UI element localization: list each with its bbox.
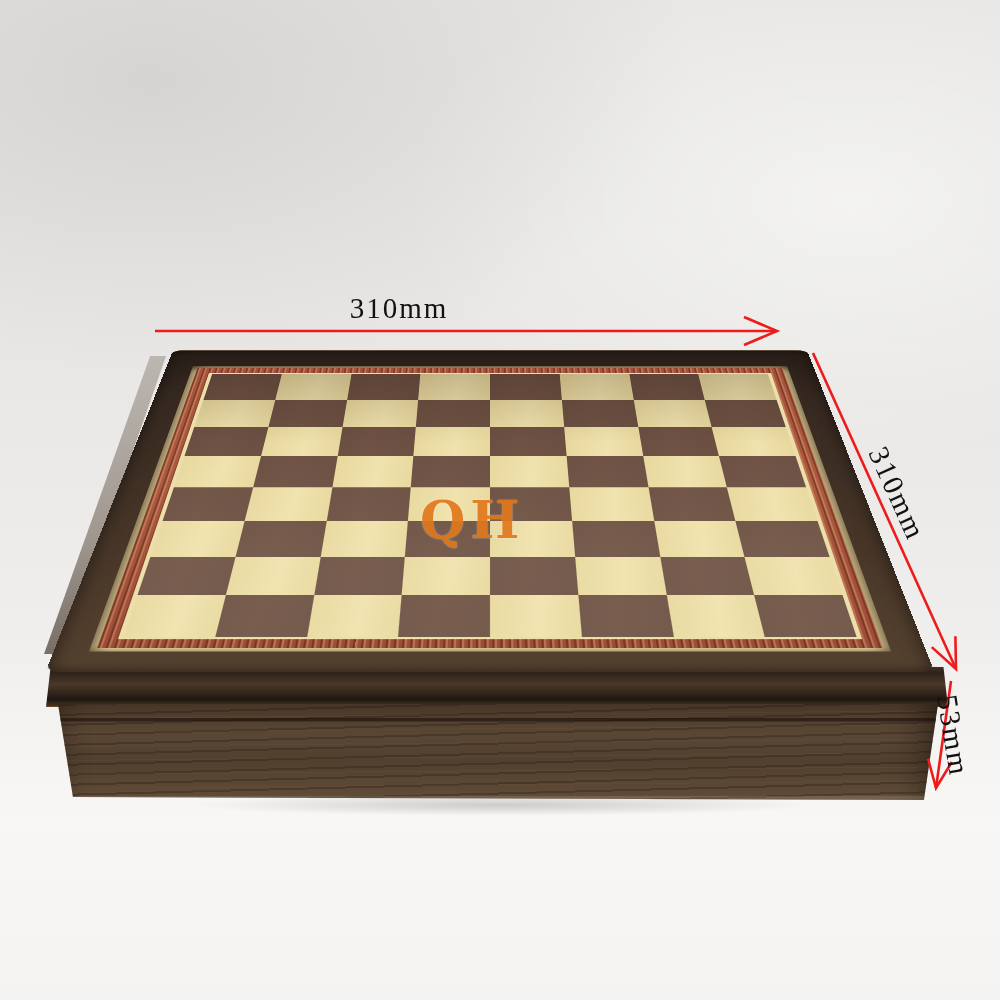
board-square: [215, 595, 314, 637]
board-square: [184, 427, 268, 456]
board-square: [666, 595, 765, 637]
board-square: [727, 487, 817, 520]
board-square: [712, 427, 796, 456]
board-square: [402, 557, 490, 596]
board-square: [174, 456, 261, 487]
board-square: [194, 400, 275, 427]
board-square: [572, 521, 660, 557]
board-square: [578, 595, 673, 637]
height-label: 53mm: [927, 674, 978, 798]
board-square: [698, 374, 776, 400]
board-square: [559, 374, 633, 400]
board-square: [654, 521, 745, 557]
board-square: [569, 487, 654, 520]
board-square: [123, 595, 225, 637]
board-square: [638, 427, 719, 456]
board-square: [244, 487, 331, 520]
board-square: [414, 427, 490, 456]
board-square: [660, 557, 755, 596]
board-square: [314, 557, 405, 596]
board-square: [629, 374, 705, 400]
board-square: [705, 400, 786, 427]
board-square: [490, 374, 562, 400]
board-square: [633, 400, 712, 427]
board-square: [719, 456, 806, 487]
board-square: [163, 487, 253, 520]
board-square: [235, 521, 326, 557]
board-square: [754, 595, 856, 637]
board-square: [332, 456, 414, 487]
board-square: [150, 521, 244, 557]
board-square: [253, 456, 337, 487]
board-square: [648, 487, 735, 520]
board-square: [275, 374, 351, 400]
board-square: [575, 557, 666, 596]
board-square: [398, 595, 490, 637]
box-front-face: [58, 704, 938, 803]
brand-watermark: QH: [420, 494, 524, 546]
board-square: [337, 427, 416, 456]
board-square: [490, 557, 578, 596]
board-square: [261, 427, 342, 456]
board-square: [562, 400, 638, 427]
board-square: [342, 400, 418, 427]
board-square: [226, 557, 321, 596]
board-square: [137, 557, 235, 596]
board-square: [643, 456, 727, 487]
board-square: [268, 400, 347, 427]
box-lid-seam: [58, 718, 938, 722]
board-square: [411, 456, 490, 487]
board-square: [490, 456, 569, 487]
board-square: [203, 374, 281, 400]
board-square: [564, 427, 643, 456]
board-square: [320, 521, 408, 557]
board-square: [490, 427, 566, 456]
board-square: [745, 557, 843, 596]
product-photo: QH 310mm 310mm 53mm: [0, 0, 1000, 1000]
board-square: [566, 456, 648, 487]
board-square: [736, 521, 830, 557]
board-square: [490, 400, 564, 427]
board-square: [347, 374, 421, 400]
board-square: [416, 400, 490, 427]
board-square: [307, 595, 402, 637]
board-square: [326, 487, 411, 520]
board-square: [490, 595, 582, 637]
board-square: [418, 374, 490, 400]
width-label: 310mm: [329, 292, 469, 325]
